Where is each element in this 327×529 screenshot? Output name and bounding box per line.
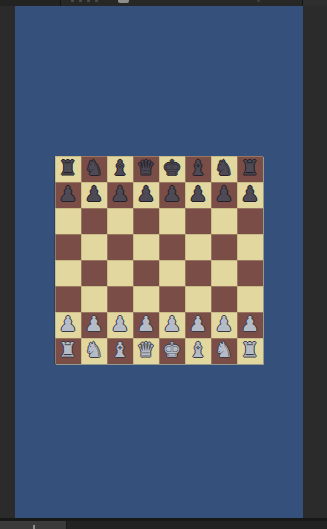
square-d7[interactable]: ♟ bbox=[133, 182, 159, 208]
square-g2[interactable]: ♟ bbox=[211, 312, 237, 338]
square-e5[interactable] bbox=[159, 234, 185, 260]
square-c4[interactable] bbox=[107, 260, 133, 286]
white-knight-piece[interactable]: ♞ bbox=[85, 337, 104, 363]
square-c2[interactable]: ♟ bbox=[107, 312, 133, 338]
taskbar-tick-icon bbox=[33, 525, 35, 529]
square-d8[interactable]: ♛ bbox=[133, 156, 159, 182]
black-pawn-piece[interactable]: ♟ bbox=[111, 181, 130, 207]
square-b6[interactable] bbox=[81, 208, 107, 234]
square-a8[interactable]: ♜ bbox=[55, 156, 81, 182]
square-f5[interactable] bbox=[185, 234, 211, 260]
square-e7[interactable]: ♟ bbox=[159, 182, 185, 208]
toolbar-icon-remnant[interactable] bbox=[71, 0, 74, 2]
black-pawn-piece[interactable]: ♟ bbox=[189, 181, 208, 207]
square-b1[interactable]: ♞ bbox=[81, 338, 107, 364]
square-h3[interactable] bbox=[237, 286, 263, 312]
toolbar-icon-remnant[interactable] bbox=[95, 0, 98, 2]
square-f3[interactable] bbox=[185, 286, 211, 312]
square-h4[interactable] bbox=[237, 260, 263, 286]
square-h2[interactable]: ♟ bbox=[237, 312, 263, 338]
toolbar-icon-remnant[interactable] bbox=[257, 0, 260, 2]
square-g5[interactable] bbox=[211, 234, 237, 260]
square-b2[interactable]: ♟ bbox=[81, 312, 107, 338]
white-knight-piece[interactable]: ♞ bbox=[215, 337, 234, 363]
square-f1[interactable]: ♝ bbox=[185, 338, 211, 364]
square-d3[interactable] bbox=[133, 286, 159, 312]
white-queen-piece[interactable]: ♛ bbox=[137, 337, 156, 363]
black-king-piece[interactable]: ♚ bbox=[163, 155, 182, 181]
square-g3[interactable] bbox=[211, 286, 237, 312]
square-h1[interactable]: ♜ bbox=[237, 338, 263, 364]
square-b4[interactable] bbox=[81, 260, 107, 286]
white-king-piece[interactable]: ♚ bbox=[163, 337, 182, 363]
square-f2[interactable]: ♟ bbox=[185, 312, 211, 338]
black-bishop-piece[interactable]: ♝ bbox=[111, 155, 130, 181]
white-bishop-piece[interactable]: ♝ bbox=[189, 337, 208, 363]
square-d5[interactable] bbox=[133, 234, 159, 260]
toolbar-handle-remnant[interactable] bbox=[118, 0, 129, 3]
square-f7[interactable]: ♟ bbox=[185, 182, 211, 208]
square-a3[interactable] bbox=[55, 286, 81, 312]
square-e3[interactable] bbox=[159, 286, 185, 312]
white-pawn-piece[interactable]: ♟ bbox=[137, 311, 156, 337]
square-g6[interactable] bbox=[211, 208, 237, 234]
square-a2[interactable]: ♟ bbox=[55, 312, 81, 338]
square-g4[interactable] bbox=[211, 260, 237, 286]
square-e4[interactable] bbox=[159, 260, 185, 286]
black-knight-piece[interactable]: ♞ bbox=[85, 155, 104, 181]
black-pawn-piece[interactable]: ♟ bbox=[85, 181, 104, 207]
black-pawn-piece[interactable]: ♟ bbox=[241, 181, 260, 207]
square-b5[interactable] bbox=[81, 234, 107, 260]
square-c8[interactable]: ♝ bbox=[107, 156, 133, 182]
toolbar-icon-remnant[interactable] bbox=[87, 0, 90, 2]
square-c3[interactable] bbox=[107, 286, 133, 312]
black-bishop-piece[interactable]: ♝ bbox=[189, 155, 208, 181]
square-e8[interactable]: ♚ bbox=[159, 156, 185, 182]
black-knight-piece[interactable]: ♞ bbox=[215, 155, 234, 181]
white-pawn-piece[interactable]: ♟ bbox=[241, 311, 260, 337]
square-b7[interactable]: ♟ bbox=[81, 182, 107, 208]
black-rook-piece[interactable]: ♜ bbox=[59, 155, 78, 181]
square-b3[interactable] bbox=[81, 286, 107, 312]
square-h5[interactable] bbox=[237, 234, 263, 260]
white-rook-piece[interactable]: ♜ bbox=[59, 337, 78, 363]
black-queen-piece[interactable]: ♛ bbox=[137, 155, 156, 181]
white-pawn-piece[interactable]: ♟ bbox=[189, 311, 208, 337]
white-pawn-piece[interactable]: ♟ bbox=[163, 311, 182, 337]
black-pawn-piece[interactable]: ♟ bbox=[137, 181, 156, 207]
chess-board[interactable]: ♜♞♝♛♚♝♞♜♟♟♟♟♟♟♟♟♟♟♟♟♟♟♟♟♜♞♝♛♚♝♞♜ bbox=[55, 156, 263, 364]
square-c1[interactable]: ♝ bbox=[107, 338, 133, 364]
white-pawn-piece[interactable]: ♟ bbox=[85, 311, 104, 337]
square-a1[interactable]: ♜ bbox=[55, 338, 81, 364]
square-e6[interactable] bbox=[159, 208, 185, 234]
square-h6[interactable] bbox=[237, 208, 263, 234]
square-g7[interactable]: ♟ bbox=[211, 182, 237, 208]
top-chrome-right-segment bbox=[303, 0, 327, 6]
black-pawn-piece[interactable]: ♟ bbox=[215, 181, 234, 207]
square-c7[interactable]: ♟ bbox=[107, 182, 133, 208]
square-d4[interactable] bbox=[133, 260, 159, 286]
square-d6[interactable] bbox=[133, 208, 159, 234]
square-a6[interactable] bbox=[55, 208, 81, 234]
black-pawn-piece[interactable]: ♟ bbox=[59, 181, 78, 207]
square-c6[interactable] bbox=[107, 208, 133, 234]
white-pawn-piece[interactable]: ♟ bbox=[111, 311, 130, 337]
black-rook-piece[interactable]: ♜ bbox=[241, 155, 260, 181]
black-pawn-piece[interactable]: ♟ bbox=[163, 181, 182, 207]
square-a7[interactable]: ♟ bbox=[55, 182, 81, 208]
square-a5[interactable] bbox=[55, 234, 81, 260]
square-a4[interactable] bbox=[55, 260, 81, 286]
white-pawn-piece[interactable]: ♟ bbox=[59, 311, 78, 337]
square-e2[interactable]: ♟ bbox=[159, 312, 185, 338]
square-c5[interactable] bbox=[107, 234, 133, 260]
square-f6[interactable] bbox=[185, 208, 211, 234]
square-d2[interactable]: ♟ bbox=[133, 312, 159, 338]
square-g1[interactable]: ♞ bbox=[211, 338, 237, 364]
square-e1[interactable]: ♚ bbox=[159, 338, 185, 364]
square-h8[interactable]: ♜ bbox=[237, 156, 263, 182]
taskbar-item-remnant[interactable] bbox=[0, 521, 67, 529]
white-bishop-piece[interactable]: ♝ bbox=[111, 337, 130, 363]
square-f8[interactable]: ♝ bbox=[185, 156, 211, 182]
square-d1[interactable]: ♛ bbox=[133, 338, 159, 364]
white-pawn-piece[interactable]: ♟ bbox=[215, 311, 234, 337]
square-g8[interactable]: ♞ bbox=[211, 156, 237, 182]
white-rook-piece[interactable]: ♜ bbox=[241, 337, 260, 363]
square-b8[interactable]: ♞ bbox=[81, 156, 107, 182]
toolbar-icon-remnant[interactable] bbox=[79, 0, 82, 2]
square-h7[interactable]: ♟ bbox=[237, 182, 263, 208]
taskbar-remnant bbox=[0, 521, 327, 529]
square-f4[interactable] bbox=[185, 260, 211, 286]
